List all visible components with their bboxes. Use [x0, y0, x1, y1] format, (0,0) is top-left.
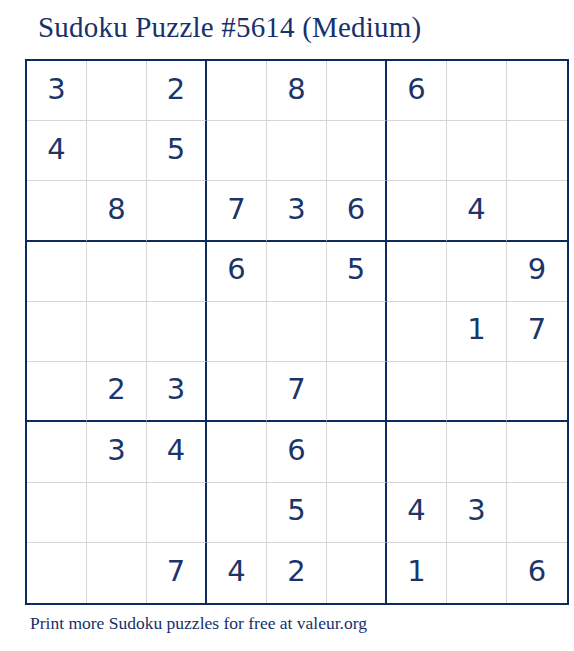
cell-r3c7	[387, 181, 447, 241]
cell-r5c6	[327, 302, 387, 362]
cell-r4c1	[27, 242, 87, 302]
cell-r6c1	[27, 362, 87, 422]
cell-r7c2: 3	[87, 422, 147, 482]
cell-r1c6	[327, 61, 387, 121]
footer-text: Print more Sudoku puzzles for free at va…	[30, 613, 367, 634]
cell-r2c2	[87, 121, 147, 181]
cell-r9c2	[87, 543, 147, 603]
cell-r7c4	[207, 422, 267, 482]
cell-r2c5	[267, 121, 327, 181]
cell-r4c9: 9	[507, 242, 567, 302]
cell-r7c7	[387, 422, 447, 482]
cell-r9c3: 7	[147, 543, 207, 603]
cell-r3c2: 8	[87, 181, 147, 241]
cell-r1c4	[207, 61, 267, 121]
cell-r9c9: 6	[507, 543, 567, 603]
cell-r8c6	[327, 483, 387, 543]
cell-r9c5: 2	[267, 543, 327, 603]
page-title: Sudoku Puzzle #5614 (Medium)	[38, 11, 421, 44]
cell-r5c2	[87, 302, 147, 362]
cell-r8c9	[507, 483, 567, 543]
cell-r8c5: 5	[267, 483, 327, 543]
cell-r5c4	[207, 302, 267, 362]
cell-r1c9	[507, 61, 567, 121]
cell-r1c3: 2	[147, 61, 207, 121]
cell-r8c4	[207, 483, 267, 543]
cell-r8c2	[87, 483, 147, 543]
cell-r9c6	[327, 543, 387, 603]
cell-r5c9: 7	[507, 302, 567, 362]
cell-r2c7	[387, 121, 447, 181]
cell-r7c8	[447, 422, 507, 482]
cell-r2c6	[327, 121, 387, 181]
cell-r2c4	[207, 121, 267, 181]
cell-r5c3	[147, 302, 207, 362]
cell-r2c8	[447, 121, 507, 181]
cell-r5c7	[387, 302, 447, 362]
cell-r9c8	[447, 543, 507, 603]
cell-r7c3: 4	[147, 422, 207, 482]
cell-r1c8	[447, 61, 507, 121]
cell-r6c6	[327, 362, 387, 422]
cell-r7c1	[27, 422, 87, 482]
cell-r9c1	[27, 543, 87, 603]
cell-r8c7: 4	[387, 483, 447, 543]
cell-r8c8: 3	[447, 483, 507, 543]
cell-r7c6	[327, 422, 387, 482]
cell-r4c6: 5	[327, 242, 387, 302]
cell-r1c5: 8	[267, 61, 327, 121]
cell-r8c1	[27, 483, 87, 543]
cell-r4c8	[447, 242, 507, 302]
cell-r6c7	[387, 362, 447, 422]
cell-r5c1	[27, 302, 87, 362]
cell-r5c5	[267, 302, 327, 362]
cell-r6c4	[207, 362, 267, 422]
cell-r6c5: 7	[267, 362, 327, 422]
cell-r3c3	[147, 181, 207, 241]
cell-r1c2	[87, 61, 147, 121]
cell-r3c5: 3	[267, 181, 327, 241]
cell-r6c9	[507, 362, 567, 422]
cell-r7c9	[507, 422, 567, 482]
sudoku-board: 328645873646591723734654374216	[25, 59, 569, 605]
cell-r6c2: 2	[87, 362, 147, 422]
cell-r3c9	[507, 181, 567, 241]
cell-r7c5: 6	[267, 422, 327, 482]
cell-r1c7: 6	[387, 61, 447, 121]
cell-r6c8	[447, 362, 507, 422]
cell-r2c9	[507, 121, 567, 181]
cell-r6c3: 3	[147, 362, 207, 422]
cell-r3c4: 7	[207, 181, 267, 241]
cell-r8c3	[147, 483, 207, 543]
cell-r2c3: 5	[147, 121, 207, 181]
cell-r5c8: 1	[447, 302, 507, 362]
cell-r9c7: 1	[387, 543, 447, 603]
cell-r2c1: 4	[27, 121, 87, 181]
cell-r4c4: 6	[207, 242, 267, 302]
cell-r3c1	[27, 181, 87, 241]
cell-r4c7	[387, 242, 447, 302]
cell-r1c1: 3	[27, 61, 87, 121]
cell-r4c3	[147, 242, 207, 302]
cell-r4c5	[267, 242, 327, 302]
cell-r3c8: 4	[447, 181, 507, 241]
cell-r9c4: 4	[207, 543, 267, 603]
cell-r4c2	[87, 242, 147, 302]
cell-r3c6: 6	[327, 181, 387, 241]
